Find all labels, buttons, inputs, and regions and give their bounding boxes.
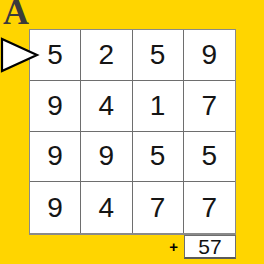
target-sum-box: 57 (184, 235, 236, 259)
grid-cell-r2c2[interactable]: 4 (81, 81, 132, 132)
grid-cell-r3c3[interactable]: 5 (133, 132, 184, 183)
row-pointer-icon (0, 36, 40, 76)
grid-cell-r4c2[interactable]: 4 (81, 182, 132, 233)
grid-cell-r2c3[interactable]: 1 (133, 81, 184, 132)
grid-cell-r1c2[interactable]: 2 (81, 30, 132, 81)
grid-cell-r3c4[interactable]: 5 (184, 132, 235, 183)
plus-operator: + (158, 236, 178, 258)
grid-cell-r2c1[interactable]: 9 (30, 81, 81, 132)
target-sum-value: 57 (198, 235, 221, 259)
grid-cell-r4c1[interactable]: 9 (30, 182, 81, 233)
grid-cell-r4c3[interactable]: 7 (133, 182, 184, 233)
grid-cell-r1c3[interactable]: 5 (133, 30, 184, 81)
number-grid: 5259941799559477 (29, 29, 236, 235)
grid-cell-r4c4[interactable]: 7 (184, 182, 235, 233)
grid-cell-r3c2[interactable]: 9 (81, 132, 132, 183)
grid-cell-r2c4[interactable]: 7 (184, 81, 235, 132)
grid-cell-r1c4[interactable]: 9 (184, 30, 235, 81)
puzzle-board: A 5259941799559477 + 57 (0, 0, 264, 264)
board-label: A (3, 0, 29, 30)
grid-cell-r3c1[interactable]: 9 (30, 132, 81, 183)
